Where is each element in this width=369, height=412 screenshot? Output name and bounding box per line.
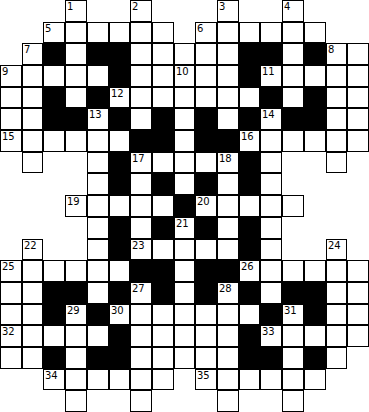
cell-r14c1[interactable] [22,304,43,325]
cell-r9c13[interactable] [282,195,304,217]
cell-r9c10[interactable] [217,195,239,217]
cell-r13c16[interactable] [347,282,369,304]
cell-r1c11[interactable] [239,22,260,43]
cell-r4c10[interactable] [217,87,239,108]
cell-r5c4[interactable]: 13 [87,108,109,130]
clue-number-5: 5 [45,23,52,35]
cell-r18c6[interactable] [130,390,152,412]
cell-r2c13[interactable] [282,43,304,65]
cell-r1c14[interactable] [304,22,326,43]
block-r13c7 [152,282,174,304]
clue-number-12: 12 [111,88,125,100]
cell-r11c10[interactable] [217,239,239,260]
cell-r7c4[interactable] [87,152,109,173]
block-r13c9 [195,282,217,304]
cell-r4c5[interactable]: 12 [109,87,130,108]
cell-r16c15[interactable] [326,347,347,369]
block-r4c12 [260,87,282,108]
clue-number-15: 15 [2,131,16,143]
cell-r7c6[interactable]: 17 [130,152,152,173]
cell-r17c2[interactable]: 34 [43,369,65,390]
cell-r9c7[interactable] [152,195,174,217]
cell-r3c10[interactable] [217,65,239,87]
cell-r5c8[interactable] [174,108,195,130]
crossword-board: 1234567891011121314151617181920212223242… [0,0,369,412]
block-r13c14 [304,282,326,304]
cell-r13c1[interactable] [22,282,43,304]
clue-number-13: 13 [89,109,103,121]
cell-r18c10[interactable] [217,390,239,412]
block-r8c5 [109,173,130,195]
cell-r12c4[interactable] [87,260,109,282]
cell-r14c15[interactable] [326,304,347,325]
block-r2c14 [304,43,326,65]
clue-number-30: 30 [111,305,125,317]
cell-r14c5[interactable]: 30 [109,304,130,325]
cell-r17c7[interactable] [152,369,174,390]
cell-r0c13[interactable]: 4 [282,0,304,22]
cell-r9c3[interactable]: 19 [65,195,87,217]
cell-r14c6[interactable] [130,304,152,325]
cell-r10c10[interactable] [217,217,239,239]
block-r14c14 [304,304,326,325]
cell-r1c9[interactable]: 6 [195,22,217,43]
cell-r7c12[interactable] [260,152,282,173]
cell-r6c12[interactable] [260,130,282,152]
cell-r15c16[interactable] [347,325,369,347]
clue-number-7: 7 [24,44,31,56]
cell-r3c15[interactable] [326,65,347,87]
cell-r14c10[interactable] [217,304,239,325]
cell-r14c13[interactable]: 31 [282,304,304,325]
cell-r1c3[interactable] [65,22,87,43]
cell-r10c4[interactable] [87,217,109,239]
cell-r14c11[interactable] [239,304,260,325]
block-r13c3 [65,282,87,304]
block-r13c5 [109,282,130,304]
cell-r16c7[interactable] [152,347,174,369]
clue-number-33: 33 [262,326,276,338]
cell-r2c9[interactable] [195,43,217,65]
cell-r15c15[interactable] [326,325,347,347]
clue-number-17: 17 [132,153,146,165]
cell-r0c3[interactable]: 1 [65,0,87,22]
cell-r15c2[interactable] [43,325,65,347]
cell-r6c16[interactable] [347,130,369,152]
cell-r17c9[interactable]: 35 [195,369,217,390]
cell-r5c1[interactable] [22,108,43,130]
cell-r4c1[interactable] [22,87,43,108]
cell-r13c15[interactable] [326,282,347,304]
block-r6c10 [217,130,239,152]
cell-r13c6[interactable]: 27 [130,282,152,304]
cell-r4c8[interactable] [174,87,195,108]
cell-r4c15[interactable] [326,87,347,108]
block-r12c10 [217,260,239,282]
cell-r16c8[interactable] [174,347,195,369]
cell-r15c0[interactable]: 32 [0,325,22,347]
cell-r15c7[interactable] [152,325,174,347]
cell-r7c1[interactable] [22,152,43,173]
cell-r17c4[interactable] [87,369,109,390]
cell-r6c8[interactable] [174,130,195,152]
block-r6c9 [195,130,217,152]
cell-r5c12[interactable]: 14 [260,108,282,130]
cell-r15c8[interactable] [174,325,195,347]
block-r7c5 [109,152,130,173]
cell-r3c8[interactable]: 10 [174,65,195,87]
cell-r8c12[interactable] [260,173,282,195]
cell-r11c4[interactable] [87,239,109,260]
cell-r17c3[interactable] [65,369,87,390]
cell-r3c1[interactable] [22,65,43,87]
block-r5c3 [65,108,87,130]
cell-r0c10[interactable]: 3 [217,0,239,22]
cell-r2c10[interactable] [217,43,239,65]
block-r5c11 [239,108,260,130]
cell-r10c12[interactable] [260,217,282,239]
cell-r1c5[interactable] [109,22,130,43]
block-r12c7 [152,260,174,282]
cell-r5c16[interactable] [347,108,369,130]
cell-r13c0[interactable] [0,282,22,304]
clue-number-19: 19 [67,196,81,208]
cell-r8c4[interactable] [87,173,109,195]
cell-r1c4[interactable] [87,22,109,43]
cell-r9c6[interactable] [130,195,152,217]
block-r2c2 [43,43,65,65]
clue-number-35: 35 [197,370,211,382]
clue-number-31: 31 [284,305,298,317]
block-r15c11 [239,325,260,347]
cell-r13c4[interactable] [87,282,109,304]
clue-number-28: 28 [219,283,233,295]
cell-r12c15[interactable] [326,260,347,282]
block-r11c5 [109,239,130,260]
cell-r0c6[interactable]: 2 [130,0,152,22]
block-r14c2 [43,304,65,325]
cell-r14c9[interactable] [195,304,217,325]
block-r14c12 [260,304,282,325]
cell-r11c12[interactable] [260,239,282,260]
cell-r3c13[interactable] [282,65,304,87]
cell-r14c0[interactable] [0,304,22,325]
clue-number-8: 8 [328,44,335,56]
cell-r11c6[interactable]: 23 [130,239,152,260]
cell-r10c8[interactable]: 21 [174,217,195,239]
cell-r17c6[interactable] [130,369,152,390]
block-r3c5 [109,65,130,87]
cell-r17c14[interactable] [304,369,326,390]
cell-r1c12[interactable] [260,22,282,43]
clue-number-11: 11 [262,66,276,78]
cell-r3c7[interactable] [152,65,174,87]
cell-r4c16[interactable] [347,87,369,108]
cell-r5c15[interactable] [326,108,347,130]
cell-r13c10[interactable]: 28 [217,282,239,304]
cell-r1c6[interactable] [130,22,152,43]
cell-r12c12[interactable] [260,260,282,282]
cell-r14c16[interactable] [347,304,369,325]
block-r2c12 [260,43,282,65]
cell-r3c4[interactable] [87,65,109,87]
cell-r12c14[interactable] [304,260,326,282]
cell-r12c3[interactable] [65,260,87,282]
block-r9c8 [174,195,195,217]
cell-r2c3[interactable] [65,43,87,65]
cell-r4c13[interactable] [282,87,304,108]
cell-r4c9[interactable] [195,87,217,108]
clue-number-3: 3 [219,1,226,13]
cell-r14c8[interactable] [174,304,195,325]
cell-r12c0[interactable]: 25 [0,260,22,282]
cell-r12c8[interactable] [174,260,195,282]
cell-r7c10[interactable]: 18 [217,152,239,173]
cell-r1c7[interactable] [152,22,174,43]
cell-r14c7[interactable] [152,304,174,325]
cell-r2c15[interactable]: 8 [326,43,347,65]
cell-r4c6[interactable] [130,87,152,108]
cell-r18c3[interactable] [65,390,87,412]
cell-r9c11[interactable] [239,195,260,217]
clue-number-26: 26 [241,261,255,273]
cell-r12c16[interactable] [347,260,369,282]
clue-number-27: 27 [132,283,146,295]
cell-r2c8[interactable] [174,43,195,65]
block-r5c13 [282,108,304,130]
cell-r9c4[interactable] [87,195,109,217]
block-r12c9 [195,260,217,282]
block-r4c4 [87,87,109,108]
cell-r15c4[interactable] [87,325,109,347]
clue-number-22: 22 [24,240,38,252]
cell-r9c12[interactable] [260,195,282,217]
cell-r4c11[interactable] [239,87,260,108]
cell-r6c3[interactable] [65,130,87,152]
cell-r10c6[interactable] [130,217,152,239]
clue-number-25: 25 [2,261,16,273]
block-r16c14 [304,347,326,369]
cell-r6c11[interactable]: 16 [239,130,260,152]
cell-r12c1[interactable] [22,260,43,282]
cell-r3c6[interactable] [130,65,152,87]
block-r2c5 [109,43,130,65]
cell-r15c14[interactable] [304,325,326,347]
block-r10c5 [109,217,130,239]
clue-number-29: 29 [67,305,81,317]
cell-r1c10[interactable] [217,22,239,43]
cell-r16c3[interactable] [65,347,87,369]
cell-r17c13[interactable] [282,369,304,390]
block-r2c4 [87,43,109,65]
cell-r17c5[interactable] [109,369,130,390]
clue-number-18: 18 [219,153,233,165]
cell-r12c2[interactable] [43,260,65,282]
cell-r12c13[interactable] [282,260,304,282]
block-r8c9 [195,173,217,195]
cell-r3c14[interactable] [304,65,326,87]
cell-r8c6[interactable] [130,173,152,195]
block-r11c11 [239,239,260,260]
clue-number-14: 14 [262,109,276,121]
block-r2c11 [239,43,260,65]
block-r12c6 [130,260,152,282]
cell-r17c11[interactable] [239,369,260,390]
clue-number-1: 1 [67,1,74,13]
block-r5c5 [109,108,130,130]
cell-r6c4[interactable] [87,130,109,152]
cell-r15c12[interactable]: 33 [260,325,282,347]
cell-r14c3[interactable]: 29 [65,304,87,325]
clue-number-16: 16 [241,131,255,143]
cell-r11c1[interactable]: 22 [22,239,43,260]
cell-r13c8[interactable] [174,282,195,304]
clue-number-10: 10 [176,66,190,78]
cell-r9c5[interactable] [109,195,130,217]
clue-number-9: 9 [2,66,9,78]
cell-r3c9[interactable] [195,65,217,87]
block-r10c9 [195,217,217,239]
block-r15c5 [109,325,130,347]
block-r16c2 [43,347,65,369]
cell-r2c6[interactable] [130,43,152,65]
cell-r1c2[interactable]: 5 [43,22,65,43]
cell-r9c9[interactable]: 20 [195,195,217,217]
cell-r16c6[interactable] [130,347,152,369]
cell-r3c12[interactable]: 11 [260,65,282,87]
block-r10c7 [152,217,174,239]
cell-r6c15[interactable] [326,130,347,152]
cell-r12c11[interactable]: 26 [239,260,260,282]
cell-r2c16[interactable] [347,43,369,65]
cell-r15c3[interactable] [65,325,87,347]
cell-r6c2[interactable] [43,130,65,152]
cell-r5c10[interactable] [217,108,239,130]
cell-r6c14[interactable] [304,130,326,152]
cell-r17c10[interactable] [217,369,239,390]
cell-r6c5[interactable] [109,130,130,152]
clue-number-20: 20 [197,196,211,208]
cell-r16c0[interactable] [0,347,22,369]
cell-r15c6[interactable] [130,325,152,347]
cell-r4c0[interactable] [0,87,22,108]
clue-number-6: 6 [197,23,204,35]
cell-r3c16[interactable] [347,65,369,87]
block-r5c7 [152,108,174,130]
cell-r5c0[interactable] [0,108,22,130]
block-r16c5 [109,347,130,369]
cell-r6c1[interactable] [22,130,43,152]
block-r7c11 [239,152,260,173]
block-r16c11 [239,347,260,369]
cell-r15c1[interactable] [22,325,43,347]
block-r4c14 [304,87,326,108]
cell-r12c5[interactable] [109,260,130,282]
block-r8c11 [239,173,260,195]
clue-number-32: 32 [2,326,16,338]
block-r6c6 [130,130,152,152]
clue-number-34: 34 [45,370,59,382]
cell-r6c0[interactable]: 15 [0,130,22,152]
cell-r11c15[interactable]: 24 [326,239,347,260]
cell-r15c9[interactable] [195,325,217,347]
block-r16c12 [260,347,282,369]
clue-number-2: 2 [132,1,139,13]
block-r3c11 [239,65,260,87]
block-r10c11 [239,217,260,239]
block-r16c4 [87,347,109,369]
cell-r16c10[interactable] [217,347,239,369]
clue-number-4: 4 [284,1,291,13]
cell-r16c13[interactable] [282,347,304,369]
cell-r3c2[interactable] [43,65,65,87]
cell-r8c8[interactable] [174,173,195,195]
clue-number-21: 21 [176,218,190,230]
block-r5c2 [43,108,65,130]
block-r14c4 [87,304,109,325]
cell-r16c9[interactable] [195,347,217,369]
cell-r4c3[interactable] [65,87,87,108]
cell-r15c10[interactable] [217,325,239,347]
cell-r4c7[interactable] [152,87,174,108]
cell-r17c12[interactable] [260,369,282,390]
cell-r5c6[interactable] [130,108,152,130]
cell-r15c13[interactable] [282,325,304,347]
block-r13c11 [239,282,260,304]
cell-r16c1[interactable] [22,347,43,369]
block-r5c9 [195,108,217,130]
cell-r13c12[interactable] [260,282,282,304]
cell-r1c13[interactable] [282,22,304,43]
cell-r7c8[interactable] [174,152,195,173]
cell-r7c7[interactable] [152,152,174,173]
block-r6c7 [152,130,174,152]
block-r4c2 [43,87,65,108]
block-r8c7 [152,173,174,195]
cell-r11c9[interactable] [195,239,217,260]
cell-r2c1[interactable]: 7 [22,43,43,65]
cell-r7c9[interactable] [195,152,217,173]
cell-r6c13[interactable] [282,130,304,152]
cell-r7c15[interactable] [326,152,347,173]
cell-r8c10[interactable] [217,173,239,195]
block-r13c13 [282,282,304,304]
cell-r3c0[interactable]: 9 [0,65,22,87]
cell-r11c8[interactable] [174,239,195,260]
clue-number-24: 24 [328,240,342,252]
block-r5c14 [304,108,326,130]
cell-r11c7[interactable] [152,239,174,260]
cell-r3c3[interactable] [65,65,87,87]
block-r13c2 [43,282,65,304]
clue-number-23: 23 [132,240,146,252]
cell-r18c13[interactable] [282,390,304,412]
cell-r2c7[interactable] [152,43,174,65]
